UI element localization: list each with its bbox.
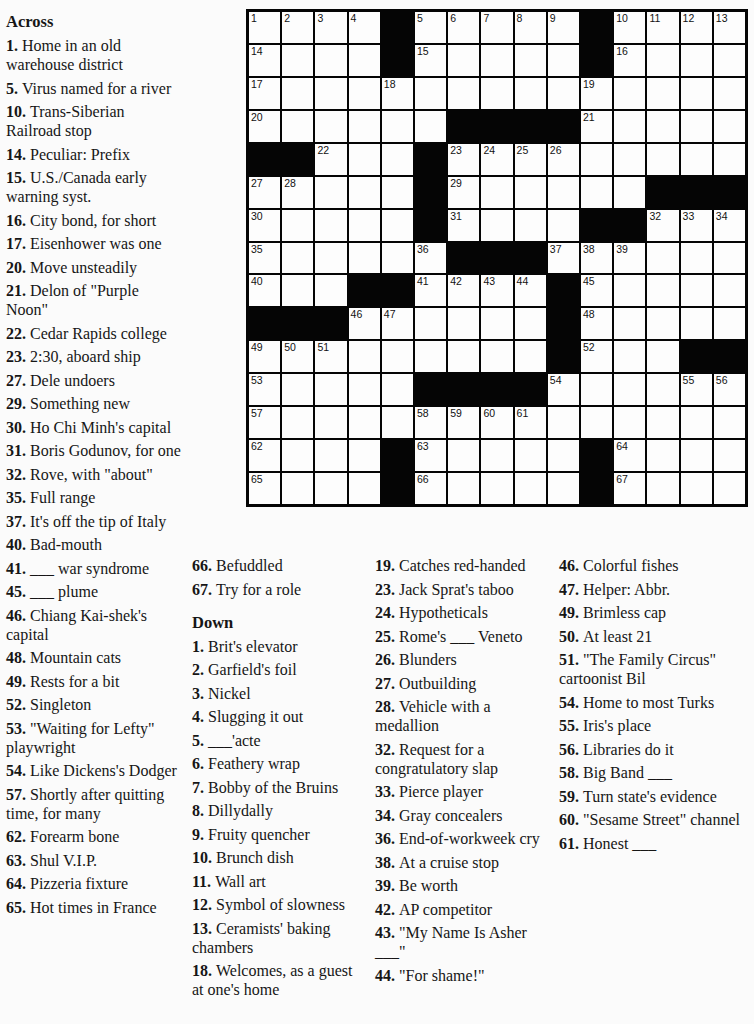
grid-cell-r12c11[interactable]	[581, 374, 612, 405]
grid-cell-r3c14[interactable]	[681, 78, 712, 109]
grid-cell-r12c15[interactable]: 56	[714, 374, 745, 405]
grid-cell-r14c15[interactable]	[714, 440, 745, 471]
grid-cell-r10c14[interactable]	[681, 308, 712, 339]
grid-cell-r5c5[interactable]	[382, 144, 413, 175]
grid-cell-r13c5[interactable]	[382, 407, 413, 438]
grid-cell-r5c3[interactable]: 22	[315, 144, 346, 175]
grid-cell-r12c1[interactable]: 53	[249, 374, 280, 405]
grid-cell-r2c9[interactable]	[515, 45, 546, 76]
clue-down-3: 3. Nickel	[192, 684, 364, 703]
grid-cell-r10c8[interactable]	[481, 308, 512, 339]
clue-text: ___'acte	[208, 732, 261, 749]
grid-cell-r6c12[interactable]	[614, 177, 645, 208]
grid-cell-r10c11[interactable]: 48	[581, 308, 612, 339]
grid-cell-r5c11[interactable]	[581, 144, 612, 175]
grid-cell-r2c14[interactable]	[681, 45, 712, 76]
grid-cell-r13c12[interactable]	[614, 407, 645, 438]
grid-cell-r11c12[interactable]	[614, 341, 645, 372]
clue-down-61: 61. Honest ___	[559, 834, 751, 853]
cell-number: 23	[450, 145, 462, 156]
clue-text: Garfield's foil	[208, 661, 297, 678]
grid-cell-r15c12[interactable]: 67	[614, 473, 645, 504]
clue-text: Brunch dish	[216, 849, 294, 866]
down-clues-list-1: 1. Brit's elevator2. Garfield's foil3. N…	[192, 637, 364, 1000]
clue-across-53: 53. "Waiting for Lefty" playwright	[6, 719, 182, 757]
grid-cell-r15c8[interactable]	[481, 473, 512, 504]
clue-down-38: 38. At a cruise stop	[375, 853, 557, 872]
grid-cell-r6c3[interactable]	[315, 177, 346, 208]
grid-cell-r3c12[interactable]	[614, 78, 645, 109]
cell-number: 21	[583, 112, 595, 123]
grid-cell-r1c1[interactable]: 1	[249, 12, 280, 43]
grid-cell-r3c7[interactable]	[448, 78, 479, 109]
cell-number: 65	[251, 474, 263, 485]
grid-cell-r12c13[interactable]	[647, 374, 678, 405]
grid-cell-r7c13[interactable]: 32	[647, 210, 678, 241]
cell-number: 1	[251, 13, 257, 24]
clue-number: 36.	[375, 830, 399, 847]
grid-cell-r11c7[interactable]	[448, 341, 479, 372]
clue-number: 35.	[6, 489, 30, 506]
grid-cell-r2c13[interactable]	[647, 45, 678, 76]
grid-cell-r8c1[interactable]: 35	[249, 243, 280, 274]
grid-cell-r13c14[interactable]	[681, 407, 712, 438]
grid-cell-r10c12[interactable]	[614, 308, 645, 339]
grid-cell-r10c5[interactable]: 47	[382, 308, 413, 339]
cell-number: 57	[251, 408, 263, 419]
grid-cell-r12c10[interactable]: 54	[548, 374, 579, 405]
grid-cell-r15c6[interactable]: 66	[415, 473, 446, 504]
clue-across-37: 37. It's off the tip of Italy	[6, 512, 182, 531]
grid-cell-r13c2[interactable]	[282, 407, 313, 438]
grid-cell-r7c8[interactable]	[481, 210, 512, 241]
grid-cell-r11c6[interactable]	[415, 341, 446, 372]
clue-down-12: 12. Symbol of slowness	[192, 895, 364, 914]
clue-down-32: 32. Request for a congratulatory slap	[375, 740, 557, 778]
clue-across-31: 31. Boris Godunov, for one	[6, 441, 182, 460]
clues-column-3: 19. Catches red-handed23. Jack Sprat's t…	[375, 556, 557, 989]
cell-number: 29	[450, 178, 462, 189]
clue-text: Feathery wrap	[208, 755, 300, 772]
grid-cell-r7c1[interactable]: 30	[249, 210, 280, 241]
clue-down-27: 27. Outbuilding	[375, 674, 557, 693]
clue-text: Brimless cap	[583, 604, 666, 621]
grid-cell-r7c9[interactable]	[515, 210, 546, 241]
grid-cell-r2c3[interactable]	[315, 45, 346, 76]
clue-number: 40.	[6, 536, 30, 553]
grid-cell-r6c4[interactable]	[349, 177, 380, 208]
grid-cell-r10c9[interactable]	[515, 308, 546, 339]
grid-cell-r8c3[interactable]	[315, 243, 346, 274]
grid-cell-r1c8[interactable]: 7	[481, 12, 512, 43]
grid-cell-r14c4[interactable]	[349, 440, 380, 471]
grid-cell-r13c15[interactable]	[714, 407, 745, 438]
grid-cell-r6c9[interactable]	[515, 177, 546, 208]
clue-text: Bad-mouth	[30, 536, 102, 553]
grid-cell-r1c11	[581, 12, 612, 43]
grid-cell-r2c10[interactable]	[548, 45, 579, 76]
grid-cell-r8c11[interactable]: 38	[581, 243, 612, 274]
grid-cell-r15c10[interactable]	[548, 473, 579, 504]
grid-cell-r14c6[interactable]: 63	[415, 440, 446, 471]
grid-cell-r9c7[interactable]: 42	[448, 275, 479, 306]
grid-cell-r9c6[interactable]: 41	[415, 275, 446, 306]
clue-down-54: 54. Home to most Turks	[559, 693, 751, 712]
grid-cell-r9c13[interactable]	[647, 275, 678, 306]
grid-cell-r14c13[interactable]	[647, 440, 678, 471]
grid-cell-r5c2	[282, 144, 313, 175]
grid-cell-r9c14[interactable]	[681, 275, 712, 306]
grid-cell-r15c15[interactable]	[714, 473, 745, 504]
grid-cell-r7c5[interactable]	[382, 210, 413, 241]
grid-cell-r4c15[interactable]	[714, 111, 745, 142]
grid-cell-r6c7[interactable]: 29	[448, 177, 479, 208]
grid-cell-r10c4[interactable]: 46	[349, 308, 380, 339]
clue-number: 66.	[192, 557, 216, 574]
grid-cell-r9c5	[382, 275, 413, 306]
clue-down-5: 5. ___'acte	[192, 731, 364, 750]
down-header: Down	[192, 613, 364, 632]
clue-number: 58.	[559, 764, 583, 781]
clue-text: Gray concealers	[399, 807, 503, 824]
grid-cell-r11c5[interactable]	[382, 341, 413, 372]
clue-text: Wall art	[215, 873, 266, 890]
clue-across-65: 65. Hot times in France	[6, 898, 182, 917]
grid-cell-r8c15[interactable]	[714, 243, 745, 274]
grid-cell-r6c8[interactable]	[481, 177, 512, 208]
grid-cell-r11c2[interactable]: 50	[282, 341, 313, 372]
grid-cell-r10c13[interactable]	[647, 308, 678, 339]
clue-text: Bobby of the Bruins	[208, 779, 338, 796]
grid-cell-r5c7[interactable]: 23	[448, 144, 479, 175]
cell-number: 14	[251, 46, 263, 57]
clue-text: Blunders	[399, 651, 457, 668]
grid-cell-r9c1[interactable]: 40	[249, 275, 280, 306]
grid-cell-r3c3[interactable]	[315, 78, 346, 109]
grid-cell-r12c5[interactable]	[382, 374, 413, 405]
clue-number: 62.	[6, 828, 30, 845]
grid-cell-r8c12[interactable]: 39	[614, 243, 645, 274]
grid-cell-r3c9[interactable]	[515, 78, 546, 109]
grid-cell-r9c11[interactable]: 45	[581, 275, 612, 306]
cell-number: 5	[417, 13, 423, 24]
grid-cell-r10c7[interactable]	[448, 308, 479, 339]
grid-cell-r1c6[interactable]: 5	[415, 12, 446, 43]
grid-cell-r7c3[interactable]	[315, 210, 346, 241]
grid-cell-r8c10[interactable]: 37	[548, 243, 579, 274]
grid-cell-r7c14[interactable]: 33	[681, 210, 712, 241]
grid-cell-r3c13[interactable]	[647, 78, 678, 109]
grid-cell-r4c6[interactable]	[415, 111, 446, 142]
clue-text: 2:30, aboard ship	[30, 348, 141, 365]
grid-cell-r7c7[interactable]: 31	[448, 210, 479, 241]
grid-cell-r14c11	[581, 440, 612, 471]
cell-number: 61	[517, 408, 529, 419]
grid-cell-r1c3[interactable]: 3	[315, 12, 346, 43]
grid-cell-r1c7[interactable]: 6	[448, 12, 479, 43]
grid-cell-r2c1[interactable]: 14	[249, 45, 280, 76]
clue-number: 33.	[375, 783, 399, 800]
clue-text: Pizzeria fixture	[30, 875, 128, 892]
grid-cell-r13c6[interactable]: 58	[415, 407, 446, 438]
grid-cell-r8c4[interactable]	[349, 243, 380, 274]
grid-cell-r9c3[interactable]	[315, 275, 346, 306]
cell-number: 50	[284, 342, 296, 353]
grid-cell-r12c2[interactable]	[282, 374, 313, 405]
grid-cell-r6c5[interactable]	[382, 177, 413, 208]
grid-cell-r12c12[interactable]	[614, 374, 645, 405]
clue-number: 29.	[6, 395, 30, 412]
clue-number: 44.	[375, 967, 399, 984]
grid-cell-r1c10[interactable]: 9	[548, 12, 579, 43]
grid-cell-r11c1[interactable]: 49	[249, 341, 280, 372]
grid-cell-r15c7[interactable]	[448, 473, 479, 504]
clue-text: Outbuilding	[399, 675, 476, 692]
grid-cell-r3c5[interactable]: 18	[382, 78, 413, 109]
crossword-page: 1234567891011121314151617181920212223242…	[0, 0, 754, 1024]
cell-number: 32	[649, 211, 661, 222]
grid-cell-r15c4[interactable]	[349, 473, 380, 504]
clue-text: Catches red-handed	[399, 557, 526, 574]
grid-cell-r11c3[interactable]: 51	[315, 341, 346, 372]
grid-cell-r6c10[interactable]	[548, 177, 579, 208]
clue-down-24: 24. Hypotheticals	[375, 603, 557, 622]
grid-cell-r14c2[interactable]	[282, 440, 313, 471]
grid-cell-r12c3[interactable]	[315, 374, 346, 405]
clue-text: Turn state's evidence	[583, 788, 717, 805]
grid-cell-r6c11[interactable]	[581, 177, 612, 208]
grid-cell-r15c1[interactable]: 65	[249, 473, 280, 504]
clue-text: Home to most Turks	[583, 694, 714, 711]
grid-cell-r1c13[interactable]: 11	[647, 12, 678, 43]
clue-text: Symbol of slowness	[216, 896, 345, 913]
across-clues-overflow-list: 66. Befuddled67. Try for a role	[192, 556, 364, 599]
cell-number: 48	[583, 309, 595, 320]
clue-number: 48.	[6, 649, 30, 666]
grid-cell-r4c5[interactable]	[382, 111, 413, 142]
down-clues-list-2: 19. Catches red-handed23. Jack Sprat's t…	[375, 556, 557, 985]
grid-cell-r1c5	[382, 12, 413, 43]
clue-number: 31.	[6, 442, 30, 459]
clue-number: 20.	[6, 259, 30, 276]
clue-text: Slugging it out	[208, 708, 303, 725]
clue-number: 18.	[192, 962, 216, 979]
grid-cell-r12c6	[415, 374, 446, 405]
grid-cell-r14c10[interactable]	[548, 440, 579, 471]
grid-cell-r1c9[interactable]: 8	[515, 12, 546, 43]
grid-cell-r6c15	[714, 177, 745, 208]
cell-number: 45	[583, 276, 595, 287]
grid-cell-r3c2[interactable]	[282, 78, 313, 109]
clue-number: 16.	[6, 212, 30, 229]
grid-cell-r2c7[interactable]	[448, 45, 479, 76]
grid-cell-r2c6[interactable]: 15	[415, 45, 446, 76]
grid-cell-r13c3[interactable]	[315, 407, 346, 438]
grid-cell-r3c10[interactable]	[548, 78, 579, 109]
cell-number: 35	[251, 244, 263, 255]
grid-cell-r7c15[interactable]: 34	[714, 210, 745, 241]
grid-cell-r5c12[interactable]	[614, 144, 645, 175]
grid-cell-r10c3	[315, 308, 346, 339]
grid-cell-r10c15[interactable]	[714, 308, 745, 339]
clue-text: Full range	[30, 489, 95, 506]
clue-text: "For shame!"	[399, 967, 485, 984]
grid-cell-r1c15[interactable]: 13	[714, 12, 745, 43]
grid-cell-r8c14[interactable]	[681, 243, 712, 274]
grid-cell-r3c1[interactable]: 17	[249, 78, 280, 109]
grid-cell-r14c3[interactable]	[315, 440, 346, 471]
grid-cell-r3c4[interactable]	[349, 78, 380, 109]
clue-number: 3.	[192, 685, 208, 702]
grid-cell-r9c15[interactable]	[714, 275, 745, 306]
grid-cell-r11c8[interactable]	[481, 341, 512, 372]
grid-cell-r3c6[interactable]	[415, 78, 446, 109]
grid-cell-r7c11	[581, 210, 612, 241]
grid-cell-r7c10[interactable]	[548, 210, 579, 241]
grid-cell-r7c2[interactable]	[282, 210, 313, 241]
clue-across-46: 46. Chiang Kai-shek's capital	[6, 606, 182, 644]
grid-cell-r8c5[interactable]	[382, 243, 413, 274]
grid-cell-r13c8[interactable]: 60	[481, 407, 512, 438]
grid-cell-r4c3[interactable]	[315, 111, 346, 142]
grid-cell-r4c14[interactable]	[681, 111, 712, 142]
grid-cell-r1c2[interactable]: 2	[282, 12, 313, 43]
grid-cell-r1c12[interactable]: 10	[614, 12, 645, 43]
grid-cell-r10c6[interactable]	[415, 308, 446, 339]
grid-cell-r3c11[interactable]: 19	[581, 78, 612, 109]
grid-cell-r5c10[interactable]: 26	[548, 144, 579, 175]
clue-number: 27.	[375, 675, 399, 692]
grid-cell-r13c1[interactable]: 57	[249, 407, 280, 438]
cell-number: 24	[483, 145, 495, 156]
grid-cell-r4c13[interactable]	[647, 111, 678, 142]
clue-number: 5.	[6, 80, 22, 97]
clue-number: 5.	[192, 732, 208, 749]
cell-number: 63	[417, 441, 429, 452]
grid-cell-r4c1[interactable]: 20	[249, 111, 280, 142]
grid-cell-r15c9[interactable]	[515, 473, 546, 504]
grid-cell-r8c2[interactable]	[282, 243, 313, 274]
cell-number: 41	[417, 276, 429, 287]
cell-number: 25	[517, 145, 529, 156]
grid-cell-r5c13[interactable]	[647, 144, 678, 175]
clue-number: 4.	[192, 708, 208, 725]
grid-cell-r6c1[interactable]: 27	[249, 177, 280, 208]
clue-across-64: 64. Pizzeria fixture	[6, 874, 182, 893]
grid-cell-r2c2[interactable]	[282, 45, 313, 76]
clue-text: Hypotheticals	[399, 604, 488, 621]
grid-cell-r14c1[interactable]: 62	[249, 440, 280, 471]
grid-cell-r5c8[interactable]: 24	[481, 144, 512, 175]
grid-cell-r14c7[interactable]	[448, 440, 479, 471]
grid-cell-r4c2[interactable]	[282, 111, 313, 142]
clue-number: 67.	[192, 581, 216, 598]
grid-cell-r13c13[interactable]	[647, 407, 678, 438]
clues-column-2: 66. Befuddled67. Try for a role Down 1. …	[192, 556, 364, 1004]
clue-across-10: 10. Trans-Siberian Railroad stop	[6, 102, 182, 140]
cell-number: 4	[351, 13, 357, 24]
grid-cell-r12c14[interactable]: 55	[681, 374, 712, 405]
grid-cell-r1c14[interactable]: 12	[681, 12, 712, 43]
grid-cell-r11c4[interactable]	[349, 341, 380, 372]
clue-text: Dillydally	[208, 802, 273, 819]
grid-cell-r14c12[interactable]: 64	[614, 440, 645, 471]
grid-cell-r13c7[interactable]: 59	[448, 407, 479, 438]
grid-cell-r2c8[interactable]	[481, 45, 512, 76]
grid-cell-r9c9[interactable]: 44	[515, 275, 546, 306]
grid-cell-r14c14[interactable]	[681, 440, 712, 471]
grid-cell-r5c14[interactable]	[681, 144, 712, 175]
grid-cell-r5c4[interactable]	[349, 144, 380, 175]
clue-number: 23.	[6, 348, 30, 365]
grid-cell-r7c4[interactable]	[349, 210, 380, 241]
cell-number: 47	[384, 309, 396, 320]
clue-number: 54.	[559, 694, 583, 711]
grid-cell-r15c2[interactable]	[282, 473, 313, 504]
grid-cell-r15c13[interactable]	[647, 473, 678, 504]
clues-column-4: 46. Colorful fishes47. Helper: Abbr.49. …	[559, 556, 751, 857]
clue-down-23: 23. Jack Sprat's taboo	[375, 580, 557, 599]
grid-cell-r8c13[interactable]	[647, 243, 678, 274]
grid-cell-r13c9[interactable]: 61	[515, 407, 546, 438]
clue-text: End-of-workweek cry	[399, 830, 540, 847]
grid-cell-r13c10[interactable]	[548, 407, 579, 438]
clue-text: Brit's elevator	[208, 638, 298, 655]
grid-cell-r4c11[interactable]: 21	[581, 111, 612, 142]
clue-down-7: 7. Bobby of the Bruins	[192, 778, 364, 797]
grid-cell-r13c4[interactable]	[349, 407, 380, 438]
grid-cell-r3c15[interactable]	[714, 78, 745, 109]
grid-cell-r2c4[interactable]	[349, 45, 380, 76]
grid-cell-r5c15[interactable]	[714, 144, 745, 175]
grid-cell-r2c15[interactable]	[714, 45, 745, 76]
grid-cell-r2c12[interactable]: 16	[614, 45, 645, 76]
grid-cell-r9c8[interactable]: 43	[481, 275, 512, 306]
grid-cell-r4c12[interactable]	[614, 111, 645, 142]
grid-cell-r6c2[interactable]: 28	[282, 177, 313, 208]
grid-cell-r5c9[interactable]: 25	[515, 144, 546, 175]
grid-cell-r1c4[interactable]: 4	[349, 12, 380, 43]
grid-cell-r15c3[interactable]	[315, 473, 346, 504]
clue-across-29: 29. Something new	[6, 394, 182, 413]
clue-number: 17.	[6, 235, 30, 252]
grid-cell-r14c9[interactable]	[515, 440, 546, 471]
clue-number: 52.	[6, 696, 30, 713]
clue-across-23: 23. 2:30, aboard ship	[6, 347, 182, 366]
clue-text: Boris Godunov, for one	[30, 442, 181, 459]
cell-number: 53	[251, 375, 263, 386]
grid-cell-r11c13[interactable]	[647, 341, 678, 372]
grid-cell-r9c12[interactable]	[614, 275, 645, 306]
clue-text: Iris's place	[583, 717, 651, 734]
clue-text: AP competitor	[399, 901, 492, 918]
grid-cell-r11c11[interactable]: 52	[581, 341, 612, 372]
grid-cell-r13c11[interactable]	[581, 407, 612, 438]
clue-number: 10.	[192, 849, 216, 866]
grid-cell-r11c9[interactable]	[515, 341, 546, 372]
grid-cell-r8c6[interactable]: 36	[415, 243, 446, 274]
grid-cell-r15c14[interactable]	[681, 473, 712, 504]
cell-number: 22	[317, 145, 329, 156]
grid-cell-r14c8[interactable]	[481, 440, 512, 471]
clue-number: 50.	[559, 628, 583, 645]
cell-number: 17	[251, 79, 263, 90]
clue-number: 25.	[375, 628, 399, 645]
grid-cell-r4c4[interactable]	[349, 111, 380, 142]
grid-cell-r12c4[interactable]	[349, 374, 380, 405]
grid-cell-r9c2[interactable]	[282, 275, 313, 306]
grid-cell-r3c8[interactable]	[481, 78, 512, 109]
